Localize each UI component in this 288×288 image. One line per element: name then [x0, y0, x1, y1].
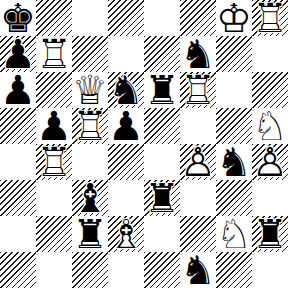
square-f3[interactable]: [180, 180, 216, 216]
black-pawn-b5: ♟: [36, 108, 72, 144]
piece-fill-backing: ♝: [72, 180, 108, 216]
piece-fill-backing: ♚: [216, 0, 252, 36]
square-b7[interactable]: ♜♖: [36, 36, 72, 72]
square-e6[interactable]: ♜♜: [144, 72, 180, 108]
black-rook-c2: ♜: [72, 216, 108, 252]
chessboard: ♚♚♚♔♜♖♟♟♜♖♞♞♟♟♛♕♞♞♜♜♜♖♟♟♜♖♟♟♞♘♜♖♟♙♞♞♟♙♝♝…: [0, 0, 288, 288]
black-pawn-d5: ♟: [108, 108, 144, 144]
piece-fill-backing: ♟: [0, 72, 36, 108]
white-rook-f6: ♖: [180, 72, 216, 108]
black-knight-g4: ♞: [216, 144, 252, 180]
black-knight-f7: ♞: [180, 36, 216, 72]
piece-fill-backing: ♝: [108, 216, 144, 252]
black-knight-f1: ♞: [180, 252, 216, 288]
piece-fill-backing: ♜: [72, 108, 108, 144]
piece-fill-backing: ♜: [72, 216, 108, 252]
square-g5[interactable]: [216, 108, 252, 144]
black-pawn-a6: ♟: [0, 72, 36, 108]
square-b6[interactable]: [36, 72, 72, 108]
square-d3[interactable]: [108, 180, 144, 216]
square-f1[interactable]: ♞♞: [180, 252, 216, 288]
square-g7[interactable]: [216, 36, 252, 72]
square-f6[interactable]: ♜♖: [180, 72, 216, 108]
square-a1[interactable]: [0, 252, 36, 288]
square-f7[interactable]: ♞♞: [180, 36, 216, 72]
white-queen-c6: ♕: [72, 72, 108, 108]
black-bishop-c3: ♝: [72, 180, 108, 216]
square-a6[interactable]: ♟♟: [0, 72, 36, 108]
square-e8[interactable]: [144, 0, 180, 36]
black-rook-e6: ♜: [144, 72, 180, 108]
piece-fill-backing: ♜: [144, 72, 180, 108]
piece-fill-backing: ♜: [36, 36, 72, 72]
square-f2[interactable]: [180, 216, 216, 252]
square-h2[interactable]: ♜♜: [252, 216, 288, 252]
square-a5[interactable]: [0, 108, 36, 144]
piece-fill-backing: ♞: [108, 72, 144, 108]
square-c7[interactable]: [72, 36, 108, 72]
square-c3[interactable]: ♝♝: [72, 180, 108, 216]
square-g6[interactable]: [216, 72, 252, 108]
white-bishop-d2: ♗: [108, 216, 144, 252]
piece-fill-backing: ♜: [252, 216, 288, 252]
white-rook-b4: ♖: [36, 144, 72, 180]
square-h1[interactable]: [252, 252, 288, 288]
black-rook-h2: ♜: [252, 216, 288, 252]
square-g3[interactable]: [216, 180, 252, 216]
square-d1[interactable]: [108, 252, 144, 288]
square-a4[interactable]: [0, 144, 36, 180]
piece-fill-backing: ♟: [36, 108, 72, 144]
piece-fill-backing: ♜: [180, 72, 216, 108]
square-g2[interactable]: ♞♘: [216, 216, 252, 252]
square-c1[interactable]: [72, 252, 108, 288]
piece-fill-backing: ♜: [144, 180, 180, 216]
square-b4[interactable]: ♜♖: [36, 144, 72, 180]
square-d4[interactable]: [108, 144, 144, 180]
square-e5[interactable]: [144, 108, 180, 144]
black-pawn-a7: ♟: [0, 36, 36, 72]
square-h4[interactable]: ♟♙: [252, 144, 288, 180]
square-c2[interactable]: ♜♜: [72, 216, 108, 252]
black-king-a8: ♚: [0, 0, 36, 36]
white-pawn-f4: ♙: [180, 144, 216, 180]
square-g8[interactable]: ♚♔: [216, 0, 252, 36]
piece-fill-backing: ♟: [252, 144, 288, 180]
piece-fill-backing: ♞: [180, 36, 216, 72]
piece-fill-backing: ♞: [252, 108, 288, 144]
piece-fill-backing: ♞: [216, 216, 252, 252]
square-e1[interactable]: [144, 252, 180, 288]
white-pawn-h4: ♙: [252, 144, 288, 180]
white-knight-h5: ♘: [252, 108, 288, 144]
square-b1[interactable]: [36, 252, 72, 288]
square-e3[interactable]: ♜♜: [144, 180, 180, 216]
square-d8[interactable]: [108, 0, 144, 36]
piece-fill-backing: ♜: [252, 0, 288, 36]
square-a3[interactable]: [0, 180, 36, 216]
piece-fill-backing: ♟: [0, 36, 36, 72]
square-h5[interactable]: ♞♘: [252, 108, 288, 144]
piece-fill-backing: ♞: [180, 252, 216, 288]
square-b5[interactable]: ♟♟: [36, 108, 72, 144]
square-b3[interactable]: [36, 180, 72, 216]
piece-fill-backing: ♜: [36, 144, 72, 180]
square-c6[interactable]: ♛♕: [72, 72, 108, 108]
piece-fill-backing: ♟: [108, 108, 144, 144]
white-rook-h8: ♖: [252, 0, 288, 36]
square-e7[interactable]: [144, 36, 180, 72]
piece-fill-backing: ♚: [0, 0, 36, 36]
square-h6[interactable]: [252, 72, 288, 108]
square-g1[interactable]: [216, 252, 252, 288]
square-a7[interactable]: ♟♟: [0, 36, 36, 72]
square-d5[interactable]: ♟♟: [108, 108, 144, 144]
white-rook-c5: ♖: [72, 108, 108, 144]
square-e2[interactable]: [144, 216, 180, 252]
square-f8[interactable]: [180, 0, 216, 36]
square-h3[interactable]: [252, 180, 288, 216]
white-king-g8: ♔: [216, 0, 252, 36]
square-a2[interactable]: [0, 216, 36, 252]
square-d2[interactable]: ♝♗: [108, 216, 144, 252]
black-knight-d6: ♞: [108, 72, 144, 108]
square-c5[interactable]: ♜♖: [72, 108, 108, 144]
square-f5[interactable]: [180, 108, 216, 144]
chessboard-grid: ♚♚♚♔♜♖♟♟♜♖♞♞♟♟♛♕♞♞♜♜♜♖♟♟♜♖♟♟♞♘♜♖♟♙♞♞♟♙♝♝…: [0, 0, 288, 288]
white-knight-g2: ♘: [216, 216, 252, 252]
square-b2[interactable]: [36, 216, 72, 252]
square-d6[interactable]: ♞♞: [108, 72, 144, 108]
square-e4[interactable]: [144, 144, 180, 180]
square-f4[interactable]: ♟♙: [180, 144, 216, 180]
square-d7[interactable]: [108, 36, 144, 72]
black-rook-e3: ♜: [144, 180, 180, 216]
square-h8[interactable]: ♜♖: [252, 0, 288, 36]
piece-fill-backing: ♛: [72, 72, 108, 108]
square-h7[interactable]: [252, 36, 288, 72]
white-rook-b7: ♖: [36, 36, 72, 72]
square-g4[interactable]: ♞♞: [216, 144, 252, 180]
square-b8[interactable]: [36, 0, 72, 36]
square-c4[interactable]: [72, 144, 108, 180]
square-a8[interactable]: ♚♚: [0, 0, 36, 36]
square-c8[interactable]: [72, 0, 108, 36]
piece-fill-backing: ♞: [216, 144, 252, 180]
piece-fill-backing: ♟: [180, 144, 216, 180]
